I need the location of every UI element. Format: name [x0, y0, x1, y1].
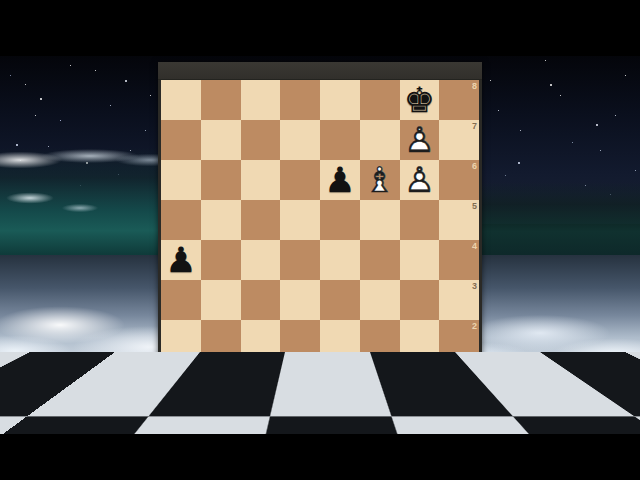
- square-h5[interactable]: 5: [439, 200, 479, 240]
- rank-label-6: 6: [472, 161, 477, 171]
- chess-board[interactable]: ♚8♟♙7♟♝♗♟♙65♟432ab♚♔cdefgh1: [161, 80, 479, 400]
- square-h4[interactable]: 4: [439, 240, 479, 280]
- piece-glyph-outline: ♗: [360, 160, 400, 200]
- piece-glyph-fill: ♟: [320, 160, 360, 200]
- square-a6[interactable]: [161, 160, 201, 200]
- square-f6[interactable]: ♝♗: [360, 160, 400, 200]
- file-label-g: g: [402, 389, 408, 399]
- board-resize-handle[interactable]: [467, 388, 478, 399]
- letterbox-bottom: [0, 430, 640, 480]
- square-a2[interactable]: [161, 320, 201, 360]
- square-f3[interactable]: [360, 280, 400, 320]
- rank-label-7: 7: [472, 121, 477, 131]
- square-g5[interactable]: [400, 200, 440, 240]
- square-h6[interactable]: 6: [439, 160, 479, 200]
- rank-label-8: 8: [472, 81, 477, 91]
- square-h8[interactable]: 8: [439, 80, 479, 120]
- square-b6[interactable]: [201, 160, 241, 200]
- square-c8[interactable]: [241, 80, 281, 120]
- square-f1[interactable]: f: [360, 360, 400, 400]
- rank-label-1: 1: [472, 361, 477, 371]
- square-f5[interactable]: [360, 200, 400, 240]
- square-b1[interactable]: b♚♔: [201, 360, 241, 400]
- square-d3[interactable]: [280, 280, 320, 320]
- square-c3[interactable]: [241, 280, 281, 320]
- square-b5[interactable]: [201, 200, 241, 240]
- square-c2[interactable]: [241, 320, 281, 360]
- puzzle-title: Задача 24 - виграш: [166, 404, 287, 418]
- square-c7[interactable]: [241, 120, 281, 160]
- piece-white-king[interactable]: ♚♔: [201, 360, 241, 400]
- square-b3[interactable]: [201, 280, 241, 320]
- piece-glyph-outline: ♙: [400, 160, 440, 200]
- square-h2[interactable]: 2: [439, 320, 479, 360]
- file-label-d: d: [282, 389, 288, 399]
- square-g4[interactable]: [400, 240, 440, 280]
- square-d5[interactable]: [280, 200, 320, 240]
- square-e3[interactable]: [320, 280, 360, 320]
- square-e1[interactable]: e: [320, 360, 360, 400]
- rank-label-2: 2: [472, 321, 477, 331]
- file-label-c: c: [243, 389, 248, 399]
- square-g1[interactable]: g: [400, 360, 440, 400]
- square-g2[interactable]: [400, 320, 440, 360]
- square-f2[interactable]: [360, 320, 400, 360]
- square-e7[interactable]: [320, 120, 360, 160]
- square-h7[interactable]: 7: [439, 120, 479, 160]
- file-label-a: a: [163, 389, 168, 399]
- square-b7[interactable]: [201, 120, 241, 160]
- piece-black-pawn[interactable]: ♟: [320, 160, 360, 200]
- square-d8[interactable]: [280, 80, 320, 120]
- square-a3[interactable]: [161, 280, 201, 320]
- square-c4[interactable]: [241, 240, 281, 280]
- piece-white-bishop[interactable]: ♝♗: [360, 160, 400, 200]
- square-d2[interactable]: [280, 320, 320, 360]
- square-g6[interactable]: ♟♙: [400, 160, 440, 200]
- piece-white-pawn[interactable]: ♟♙: [400, 160, 440, 200]
- rank-label-5: 5: [472, 201, 477, 211]
- square-f4[interactable]: [360, 240, 400, 280]
- piece-glyph-outline: ♙: [400, 120, 440, 160]
- square-d6[interactable]: [280, 160, 320, 200]
- square-e6[interactable]: ♟: [320, 160, 360, 200]
- wave-glint: [0, 178, 120, 218]
- piece-glyph-fill: ♚: [400, 80, 440, 120]
- square-d1[interactable]: d: [280, 360, 320, 400]
- piece-white-pawn[interactable]: ♟♙: [400, 120, 440, 160]
- square-d4[interactable]: [280, 240, 320, 280]
- square-g7[interactable]: ♟♙: [400, 120, 440, 160]
- square-e2[interactable]: [320, 320, 360, 360]
- square-g3[interactable]: [400, 280, 440, 320]
- square-a8[interactable]: [161, 80, 201, 120]
- square-e8[interactable]: [320, 80, 360, 120]
- piece-glyph-outline: ♔: [201, 360, 241, 400]
- square-b2[interactable]: [201, 320, 241, 360]
- status-bar: Задача 24 - виграш ♟ +3: [158, 400, 482, 421]
- rank-label-3: 3: [472, 281, 477, 291]
- file-label-f: f: [362, 389, 365, 399]
- square-b8[interactable]: [201, 80, 241, 120]
- square-b4[interactable]: [201, 240, 241, 280]
- square-a5[interactable]: [161, 200, 201, 240]
- square-c1[interactable]: c: [241, 360, 281, 400]
- file-label-e: e: [322, 389, 327, 399]
- square-a4[interactable]: ♟: [161, 240, 201, 280]
- square-a1[interactable]: a: [161, 360, 201, 400]
- square-e5[interactable]: [320, 200, 360, 240]
- letterbox-top: [0, 0, 640, 56]
- square-f7[interactable]: [360, 120, 400, 160]
- wave-crest-spray: [0, 142, 170, 176]
- rank-label-4: 4: [472, 241, 477, 251]
- square-a7[interactable]: [161, 120, 201, 160]
- square-h3[interactable]: 3: [439, 280, 479, 320]
- square-c5[interactable]: [241, 200, 281, 240]
- square-d7[interactable]: [280, 120, 320, 160]
- piece-black-pawn[interactable]: ♟: [161, 240, 201, 280]
- app-window: ♚8♟♙7♟♝♗♟♙65♟432ab♚♔cdefgh1 Задача 24 - …: [0, 0, 640, 480]
- square-c6[interactable]: [241, 160, 281, 200]
- square-f8[interactable]: [360, 80, 400, 120]
- square-g8[interactable]: ♚: [400, 80, 440, 120]
- panel-header: [158, 62, 482, 80]
- file-label-h: h: [441, 389, 447, 399]
- material-advantage-badge: +3: [460, 404, 474, 418]
- piece-glyph-fill: ♟: [161, 240, 201, 280]
- chess-panel: ♚8♟♙7♟♝♗♟♙65♟432ab♚♔cdefgh1 Задача 24 - …: [158, 62, 482, 421]
- piece-black-king[interactable]: ♚: [400, 80, 440, 120]
- square-e4[interactable]: [320, 240, 360, 280]
- pawn-icon: ♟: [447, 405, 459, 418]
